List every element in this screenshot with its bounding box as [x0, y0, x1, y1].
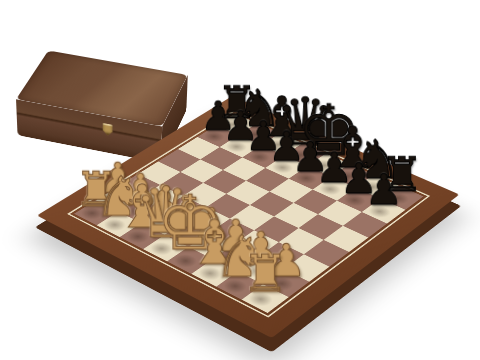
product-photo: ♜♞♝♛♚♝♞♜♟♟♟♟♟♟♟♟♟♟♟♟♟♟♟♟♜♞♝♛♚♝♞♜: [0, 0, 480, 360]
rook-glyph: ♜: [216, 247, 313, 299]
pawn-glyph: ♟: [338, 169, 428, 211]
piece-white-rook-h1: ♜: [242, 284, 289, 313]
board-scene: ♜♞♝♛♚♝♞♜♟♟♟♟♟♟♟♟♟♟♟♟♟♟♟♟♜♞♝♛♚♝♞♜: [0, 0, 480, 360]
chess-board: ♜♞♝♛♚♝♞♜♟♟♟♟♟♟♟♟♟♟♟♟♟♟♟♟♜♞♝♛♚♝♞♜: [37, 96, 460, 338]
